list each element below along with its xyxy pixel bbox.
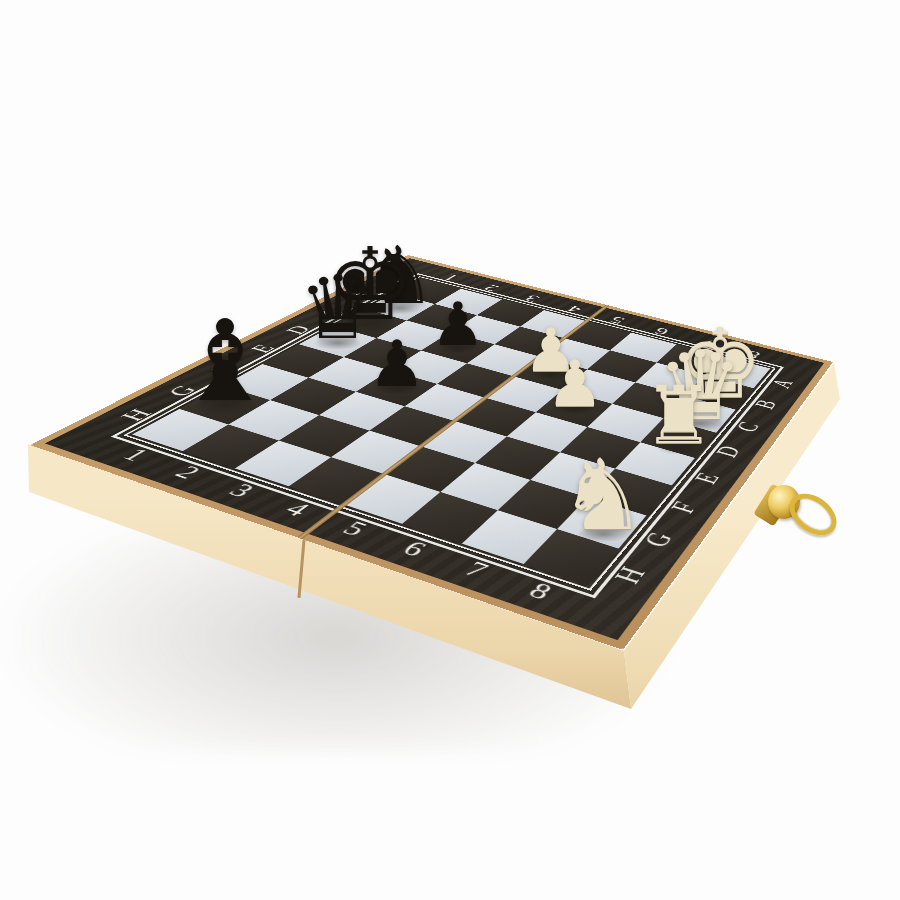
black-pawn: ♟: [431, 294, 485, 354]
product-photo-stage: 1234567812345678ABCDEFGHABCDEFGH ♞♚♛♝♟♟♟…: [0, 0, 900, 900]
pieces-layer: ♞♚♛♝♟♟♟♟♚♛♜♞: [0, 0, 900, 900]
white-knight: ♞: [559, 446, 647, 544]
black-bishop: ♝: [175, 305, 275, 417]
black-pawn: ♟: [368, 332, 425, 396]
white-rook: ♜: [643, 376, 715, 456]
white-pawn: ♟: [546, 352, 603, 416]
black-queen: ♛: [299, 264, 378, 352]
